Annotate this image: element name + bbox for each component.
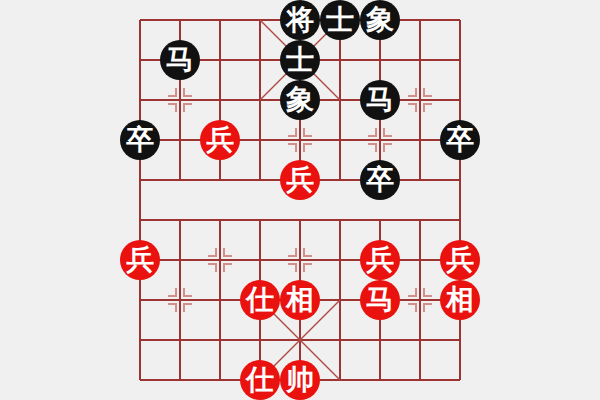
intersection-4-3[interactable] [280, 120, 320, 160]
piece-black-pawn[interactable]: 卒 [360, 160, 400, 200]
intersection-2-4[interactable] [200, 160, 240, 200]
intersection-7-8[interactable] [400, 320, 440, 360]
piece-black-advisor[interactable]: 士 [280, 40, 320, 80]
intersection-5-7[interactable] [320, 280, 360, 320]
intersection-8-9[interactable] [440, 360, 480, 400]
piece-red-pawn[interactable]: 兵 [360, 240, 400, 280]
intersection-0-3[interactable]: 卒 [120, 120, 160, 160]
piece-red-horse[interactable]: 马 [360, 280, 400, 320]
intersection-8-2[interactable] [440, 80, 480, 120]
intersection-1-6[interactable] [160, 240, 200, 280]
intersection-1-3[interactable] [160, 120, 200, 160]
piece-black-pawn[interactable]: 卒 [120, 120, 160, 160]
intersection-7-3[interactable] [400, 120, 440, 160]
intersection-7-2[interactable] [400, 80, 440, 120]
intersection-0-2[interactable] [120, 80, 160, 120]
intersection-5-8[interactable] [320, 320, 360, 360]
intersection-6-5[interactable] [360, 200, 400, 240]
intersection-0-0[interactable] [120, 0, 160, 40]
intersection-7-7[interactable] [400, 280, 440, 320]
intersection-2-6[interactable] [200, 240, 240, 280]
intersection-2-0[interactable] [200, 0, 240, 40]
piece-black-elephant[interactable]: 象 [360, 0, 400, 40]
intersection-5-5[interactable] [320, 200, 360, 240]
intersection-0-8[interactable] [120, 320, 160, 360]
intersection-4-5[interactable] [280, 200, 320, 240]
intersection-3-8[interactable] [240, 320, 280, 360]
intersection-2-2[interactable] [200, 80, 240, 120]
intersection-6-9[interactable] [360, 360, 400, 400]
intersection-4-9[interactable]: 帅 [280, 360, 320, 400]
intersection-7-1[interactable] [400, 40, 440, 80]
intersection-1-7[interactable] [160, 280, 200, 320]
intersection-6-6[interactable]: 兵 [360, 240, 400, 280]
intersection-6-0[interactable]: 象 [360, 0, 400, 40]
intersection-3-0[interactable] [240, 0, 280, 40]
piece-black-advisor[interactable]: 士 [320, 0, 360, 40]
piece-black-elephant[interactable]: 象 [280, 80, 320, 120]
intersection-2-3[interactable]: 兵 [200, 120, 240, 160]
intersection-1-4[interactable] [160, 160, 200, 200]
intersection-8-3[interactable]: 卒 [440, 120, 480, 160]
intersection-0-7[interactable] [120, 280, 160, 320]
intersection-6-3[interactable] [360, 120, 400, 160]
intersection-2-9[interactable] [200, 360, 240, 400]
piece-red-pawn[interactable]: 兵 [440, 240, 480, 280]
xiangqi-board: 将士象马士象马卒兵卒兵卒兵兵兵仕相马相仕帅 [120, 0, 480, 400]
intersection-3-2[interactable] [240, 80, 280, 120]
intersection-8-7[interactable]: 相 [440, 280, 480, 320]
intersection-2-8[interactable] [200, 320, 240, 360]
intersection-6-4[interactable]: 卒 [360, 160, 400, 200]
intersection-6-1[interactable] [360, 40, 400, 80]
intersection-3-1[interactable] [240, 40, 280, 80]
intersection-8-1[interactable] [440, 40, 480, 80]
intersection-0-4[interactable] [120, 160, 160, 200]
intersection-3-7[interactable]: 仕 [240, 280, 280, 320]
intersection-1-5[interactable] [160, 200, 200, 240]
intersection-4-2[interactable]: 象 [280, 80, 320, 120]
intersection-8-4[interactable] [440, 160, 480, 200]
intersection-0-6[interactable]: 兵 [120, 240, 160, 280]
intersection-4-6[interactable] [280, 240, 320, 280]
piece-red-advisor[interactable]: 仕 [240, 280, 280, 320]
intersection-1-0[interactable] [160, 0, 200, 40]
piece-black-horse[interactable]: 马 [360, 80, 400, 120]
intersection-4-7[interactable]: 相 [280, 280, 320, 320]
piece-red-elephant[interactable]: 相 [280, 280, 320, 320]
intersection-8-6[interactable]: 兵 [440, 240, 480, 280]
piece-red-elephant[interactable]: 相 [440, 280, 480, 320]
intersection-5-3[interactable] [320, 120, 360, 160]
intersection-7-5[interactable] [400, 200, 440, 240]
intersection-3-5[interactable] [240, 200, 280, 240]
intersection-1-1[interactable]: 马 [160, 40, 200, 80]
intersection-1-2[interactable] [160, 80, 200, 120]
piece-black-pawn[interactable]: 卒 [440, 120, 480, 160]
intersection-3-9[interactable]: 仕 [240, 360, 280, 400]
intersection-1-8[interactable] [160, 320, 200, 360]
piece-red-pawn[interactable]: 兵 [280, 160, 320, 200]
intersection-7-0[interactable] [400, 0, 440, 40]
intersection-2-7[interactable] [200, 280, 240, 320]
intersection-0-1[interactable] [120, 40, 160, 80]
intersection-7-6[interactable] [400, 240, 440, 280]
piece-red-pawn[interactable]: 兵 [200, 120, 240, 160]
intersection-4-0[interactable]: 将 [280, 0, 320, 40]
intersection-3-6[interactable] [240, 240, 280, 280]
piece-red-general[interactable]: 帅 [280, 360, 320, 400]
board-intersections: 将士象马士象马卒兵卒兵卒兵兵兵仕相马相仕帅 [120, 0, 480, 400]
intersection-2-1[interactable] [200, 40, 240, 80]
piece-black-horse[interactable]: 马 [160, 40, 200, 80]
intersection-5-6[interactable] [320, 240, 360, 280]
intersection-7-9[interactable] [400, 360, 440, 400]
intersection-6-7[interactable]: 马 [360, 280, 400, 320]
intersection-8-0[interactable] [440, 0, 480, 40]
piece-red-advisor[interactable]: 仕 [240, 360, 280, 400]
intersection-6-2[interactable]: 马 [360, 80, 400, 120]
intersection-4-4[interactable]: 兵 [280, 160, 320, 200]
intersection-0-9[interactable] [120, 360, 160, 400]
intersection-4-1[interactable]: 士 [280, 40, 320, 80]
intersection-7-4[interactable] [400, 160, 440, 200]
piece-black-general[interactable]: 将 [280, 0, 320, 40]
intersection-5-2[interactable] [320, 80, 360, 120]
intersection-2-5[interactable] [200, 200, 240, 240]
intersection-4-8[interactable] [280, 320, 320, 360]
intersection-1-9[interactable] [160, 360, 200, 400]
intersection-5-4[interactable] [320, 160, 360, 200]
intersection-8-8[interactable] [440, 320, 480, 360]
intersection-3-3[interactable] [240, 120, 280, 160]
intersection-5-0[interactable]: 士 [320, 0, 360, 40]
intersection-5-9[interactable] [320, 360, 360, 400]
intersection-3-4[interactable] [240, 160, 280, 200]
intersection-0-5[interactable] [120, 200, 160, 240]
intersection-8-5[interactable] [440, 200, 480, 240]
piece-red-pawn[interactable]: 兵 [120, 240, 160, 280]
intersection-5-1[interactable] [320, 40, 360, 80]
intersection-6-8[interactable] [360, 320, 400, 360]
